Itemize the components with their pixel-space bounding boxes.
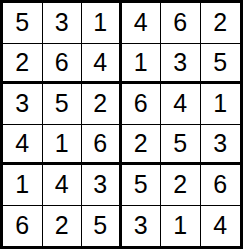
cell-r3c6[interactable]: 1 [201, 84, 241, 125]
cell-r6c5[interactable]: 1 [161, 206, 201, 247]
cell-r6c4[interactable]: 3 [122, 206, 162, 247]
cell-r1c4[interactable]: 4 [122, 3, 162, 44]
cell-r3c5[interactable]: 4 [161, 84, 201, 125]
cell-r2c6[interactable]: 5 [201, 44, 241, 85]
cell-r5c4[interactable]: 5 [122, 165, 162, 206]
cell-r6c6[interactable]: 4 [201, 206, 241, 247]
cell-r3c4[interactable]: 6 [122, 84, 162, 125]
cell-r1c5[interactable]: 6 [161, 3, 201, 44]
cell-r5c6[interactable]: 6 [201, 165, 241, 206]
cell-r1c3[interactable]: 1 [82, 3, 122, 44]
cell-r5c2[interactable]: 4 [43, 165, 83, 206]
cell-r6c1[interactable]: 6 [3, 206, 43, 247]
cell-r3c1[interactable]: 3 [3, 84, 43, 125]
cell-r1c1[interactable]: 5 [3, 3, 43, 44]
cell-r3c2[interactable]: 5 [43, 84, 83, 125]
cell-r4c3[interactable]: 6 [82, 125, 122, 166]
cell-r5c5[interactable]: 2 [161, 165, 201, 206]
cell-r5c3[interactable]: 3 [82, 165, 122, 206]
cell-r5c1[interactable]: 1 [3, 165, 43, 206]
cell-r2c1[interactable]: 2 [3, 44, 43, 85]
cell-r6c3[interactable]: 5 [82, 206, 122, 247]
cell-r2c5[interactable]: 3 [161, 44, 201, 85]
cell-r4c4[interactable]: 2 [122, 125, 162, 166]
cell-r1c2[interactable]: 3 [43, 3, 83, 44]
cell-r2c4[interactable]: 1 [122, 44, 162, 85]
cell-r6c2[interactable]: 2 [43, 206, 83, 247]
cell-r1c6[interactable]: 2 [201, 3, 241, 44]
cell-r2c3[interactable]: 4 [82, 44, 122, 85]
cell-r4c5[interactable]: 5 [161, 125, 201, 166]
cell-r4c6[interactable]: 3 [201, 125, 241, 166]
cell-r4c1[interactable]: 4 [3, 125, 43, 166]
cell-r3c3[interactable]: 2 [82, 84, 122, 125]
cell-r4c2[interactable]: 1 [43, 125, 83, 166]
cell-r2c2[interactable]: 6 [43, 44, 83, 85]
sudoku-board: 531462264135352641416253143526625314 [0, 0, 243, 249]
